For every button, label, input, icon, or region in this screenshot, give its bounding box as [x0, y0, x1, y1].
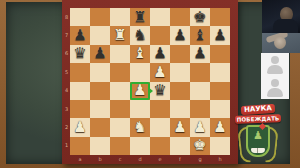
square-b2[interactable]	[90, 118, 110, 136]
square-d2[interactable]: ♞	[130, 118, 150, 136]
file-labels: abcdefgh	[70, 156, 230, 163]
square-d5[interactable]	[130, 63, 150, 81]
white-knight-d2[interactable]: ♞	[133, 120, 146, 135]
white-pawn-g2[interactable]: ♟	[193, 120, 206, 135]
square-f1[interactable]	[170, 137, 190, 155]
last-move-highlight	[130, 82, 150, 100]
square-h3[interactable]	[210, 100, 230, 118]
square-f3[interactable]	[170, 100, 190, 118]
black-knight-d7[interactable]: ♞	[133, 28, 146, 43]
black-pawn-f7[interactable]: ♟	[173, 28, 186, 43]
black-king-g8[interactable]: ♚	[193, 10, 206, 25]
school-logo: НАУКА ПОБЕЖДАТЬ ♟	[234, 105, 282, 163]
chess-piece-icon: ♟	[248, 130, 268, 141]
square-c3[interactable]	[110, 100, 130, 118]
square-c7[interactable]: ♜	[110, 26, 130, 44]
move-arrow-icon	[148, 87, 153, 95]
square-b3[interactable]	[90, 100, 110, 118]
square-a7[interactable]: ♟	[70, 26, 90, 44]
square-a3[interactable]	[70, 100, 90, 118]
square-g1[interactable]: ♚	[190, 137, 210, 155]
white-bishop-d6[interactable]: ♝	[133, 46, 146, 61]
square-e6[interactable]: ♟	[150, 45, 170, 63]
chess-board-frame: 87654321 abcdefgh ♜♚♟♜♞♟♝♟♛♟♝♟♟♟♟♛♟♞♟♟♟♚	[62, 0, 238, 164]
black-pawn-g6[interactable]: ♟	[193, 46, 206, 61]
square-a6[interactable]: ♛	[70, 45, 90, 63]
square-c5[interactable]	[110, 63, 130, 81]
square-e1[interactable]	[150, 137, 170, 155]
square-f2[interactable]: ♟	[170, 118, 190, 136]
square-a4[interactable]	[70, 82, 90, 100]
square-d7[interactable]: ♞	[130, 26, 150, 44]
person-body	[273, 19, 298, 33]
black-bishop-g7[interactable]: ♝	[193, 28, 206, 43]
black-rook-d8[interactable]: ♜	[133, 10, 146, 25]
square-f7[interactable]: ♟	[170, 26, 190, 44]
square-e3[interactable]	[150, 100, 170, 118]
square-b5[interactable]	[90, 63, 110, 81]
square-e5[interactable]: ♟	[150, 63, 170, 81]
stream-frame: 87654321 abcdefgh ♜♚♟♜♞♟♝♟♛♟♝♟♟♟♟♛♟♞♟♟♟♚…	[0, 0, 300, 168]
square-d8[interactable]: ♜	[130, 8, 150, 26]
square-a2[interactable]: ♟	[70, 118, 90, 136]
square-h2[interactable]: ♟	[210, 118, 230, 136]
logo-shield: ♟	[246, 125, 270, 157]
square-c4[interactable]	[110, 82, 130, 100]
square-g2[interactable]: ♟	[190, 118, 210, 136]
square-d4[interactable]: ♟	[130, 82, 150, 100]
black-pawn-b6[interactable]: ♟	[93, 46, 106, 61]
square-b6[interactable]: ♟	[90, 45, 110, 63]
black-queen-a6[interactable]: ♛	[73, 46, 86, 61]
square-e7[interactable]	[150, 26, 170, 44]
open-book-icon	[251, 148, 265, 153]
white-rook-c7[interactable]: ♜	[113, 28, 126, 43]
white-pawn-a2[interactable]: ♟	[73, 120, 86, 135]
square-h5[interactable]	[210, 63, 230, 81]
square-e2[interactable]	[150, 118, 170, 136]
white-pawn-e5[interactable]: ♟	[153, 65, 166, 80]
square-c8[interactable]	[110, 8, 130, 26]
logo-banner-top: НАУКА	[241, 104, 276, 115]
chess-board[interactable]: ♜♚♟♜♞♟♝♟♛♟♝♟♟♟♟♛♟♞♟♟♟♚	[70, 8, 230, 155]
square-d1[interactable]	[130, 137, 150, 155]
square-g7[interactable]: ♝	[190, 26, 210, 44]
square-a5[interactable]	[70, 63, 90, 81]
logo-banner-bottom: ПОБЕЖДАТЬ	[235, 114, 281, 124]
black-queen-e4[interactable]: ♛	[153, 83, 166, 98]
square-f5[interactable]	[170, 63, 190, 81]
square-a1[interactable]	[70, 137, 90, 155]
square-c6[interactable]	[110, 45, 130, 63]
square-g4[interactable]	[190, 82, 210, 100]
white-pawn-f2[interactable]: ♟	[173, 120, 186, 135]
square-e4[interactable]: ♛	[150, 82, 170, 100]
participants-list	[261, 53, 289, 99]
square-d3[interactable]	[130, 100, 150, 118]
square-f6[interactable]	[170, 45, 190, 63]
webcam-tile-2[interactable]	[262, 33, 300, 53]
black-pawn-h7[interactable]: ♟	[213, 28, 226, 43]
square-b4[interactable]	[90, 82, 110, 100]
square-h8[interactable]	[210, 8, 230, 26]
white-king-g1[interactable]: ♚	[193, 138, 206, 153]
square-c2[interactable]	[110, 118, 130, 136]
square-b7[interactable]	[90, 26, 110, 44]
square-e8[interactable]	[150, 8, 170, 26]
square-g8[interactable]: ♚	[190, 8, 210, 26]
square-b1[interactable]	[90, 137, 110, 155]
square-g3[interactable]	[190, 100, 210, 118]
black-pawn-a7[interactable]: ♟	[73, 28, 86, 43]
webcam-tile-1[interactable]	[262, 0, 300, 33]
square-h4[interactable]	[210, 82, 230, 100]
person-head	[274, 36, 286, 49]
square-c1[interactable]	[110, 137, 130, 155]
square-g6[interactable]: ♟	[190, 45, 210, 63]
rank-labels: 87654321	[63, 8, 70, 155]
logo-emblem: ♟	[243, 125, 273, 161]
white-pawn-h2[interactable]: ♟	[213, 120, 226, 135]
placeholder-avatar-icon[interactable]	[265, 55, 285, 75]
square-a8[interactable]	[70, 8, 90, 26]
square-b8[interactable]	[90, 8, 110, 26]
black-pawn-e6[interactable]: ♟	[153, 46, 166, 61]
square-g5[interactable]	[190, 63, 210, 81]
square-f4[interactable]	[170, 82, 190, 100]
square-h7[interactable]: ♟	[210, 26, 230, 44]
square-h1[interactable]	[210, 137, 230, 155]
square-f8[interactable]	[170, 8, 190, 26]
square-h6[interactable]	[210, 45, 230, 63]
square-d6[interactable]: ♝	[130, 45, 150, 63]
placeholder-avatar-icon[interactable]	[265, 78, 285, 98]
